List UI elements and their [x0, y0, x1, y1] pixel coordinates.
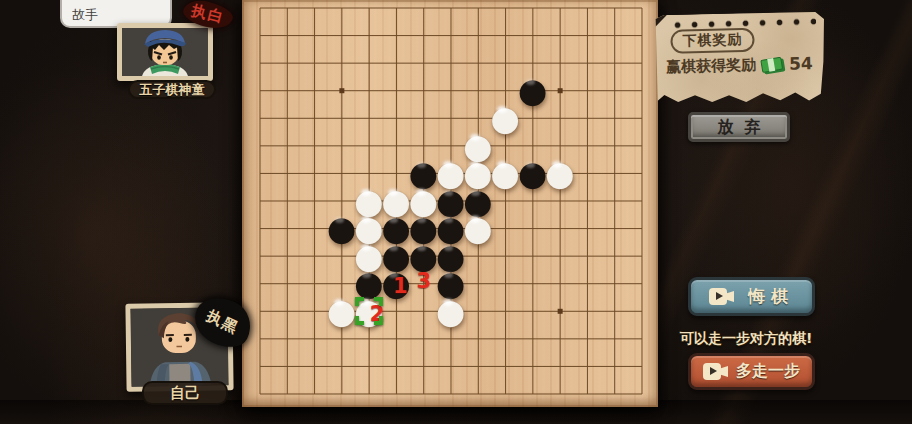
board-cell[interactable]	[301, 132, 328, 160]
board-cell[interactable]	[464, 22, 491, 50]
black-stone: ●	[327, 211, 357, 245]
board-cell[interactable]	[301, 297, 328, 325]
board-cell[interactable]	[273, 22, 300, 50]
board-cell[interactable]	[573, 22, 600, 50]
board-cell[interactable]	[301, 187, 328, 215]
board-cell[interactable]	[301, 159, 328, 187]
board-cell[interactable]	[628, 132, 655, 160]
gomoku-game-screen: ●●●●●●●●●●●●●●●●●●●●●●●●●●●●●● 123 故手 执白	[0, 0, 912, 424]
white-stone: ●	[545, 156, 575, 190]
undo-move-button[interactable]: 悔棋	[688, 277, 815, 316]
board-cell[interactable]	[628, 270, 655, 298]
board-cell[interactable]	[328, 380, 355, 408]
board-cell[interactable]	[601, 297, 628, 325]
board-cell[interactable]	[492, 22, 519, 50]
board-cell[interactable]	[328, 352, 355, 380]
board-cell[interactable]	[573, 132, 600, 160]
board-cell[interactable]	[601, 242, 628, 270]
white-stone: ●	[490, 101, 520, 135]
board-cell[interactable]	[464, 297, 491, 325]
board-cell[interactable]	[273, 242, 300, 270]
board-cell[interactable]	[273, 270, 300, 298]
board-cell[interactable]	[246, 187, 273, 215]
board-cell[interactable]	[410, 352, 437, 380]
board-cell[interactable]	[246, 132, 273, 160]
board-cell[interactable]	[382, 49, 409, 77]
board-cell[interactable]	[437, 22, 464, 50]
board-cell[interactable]	[246, 49, 273, 77]
board-cell[interactable]	[628, 242, 655, 270]
board-cell[interactable]	[410, 297, 437, 325]
board-cell[interactable]: ●	[437, 297, 464, 325]
board-cell[interactable]	[301, 380, 328, 408]
board-cell[interactable]: ●	[492, 104, 519, 132]
board-cell[interactable]: ●	[382, 270, 409, 298]
board-cell[interactable]	[410, 380, 437, 408]
board-cell[interactable]	[601, 325, 628, 353]
board-cell[interactable]	[410, 0, 437, 22]
board-cell[interactable]	[573, 159, 600, 187]
board-cell[interactable]	[246, 352, 273, 380]
board-cell[interactable]	[301, 352, 328, 380]
board-cell[interactable]	[519, 297, 546, 325]
board-cell[interactable]	[601, 270, 628, 298]
board-cell[interactable]	[546, 270, 573, 298]
reward-paper-note: 下棋奖励 赢棋获得奖励 54	[654, 11, 826, 107]
reward-title: 下棋奖励	[670, 28, 755, 54]
board-cell[interactable]	[546, 77, 573, 105]
board-cell[interactable]	[492, 380, 519, 408]
board-cell[interactable]	[246, 380, 273, 408]
board-cell[interactable]	[546, 380, 573, 408]
board-cell[interactable]	[437, 380, 464, 408]
board-cell[interactable]	[437, 0, 464, 22]
board-cell[interactable]	[355, 22, 382, 50]
self-nameplate: 自己	[142, 381, 228, 405]
board-cell[interactable]	[546, 325, 573, 353]
board-cell[interactable]: ●	[410, 242, 437, 270]
board-cell[interactable]	[573, 49, 600, 77]
board-cell[interactable]	[246, 242, 273, 270]
board-cell[interactable]	[437, 49, 464, 77]
board-cell[interactable]	[492, 0, 519, 22]
money-stack-icon	[760, 54, 785, 74]
board-cell[interactable]	[464, 270, 491, 298]
board-cell[interactable]	[492, 325, 519, 353]
video-camera-icon	[709, 288, 734, 305]
black-stone: ●	[381, 266, 411, 300]
undo-label: 悔棋	[742, 285, 794, 308]
video-camera-icon	[703, 363, 728, 380]
board-cell[interactable]	[301, 49, 328, 77]
board-cell[interactable]	[492, 297, 519, 325]
board-cell[interactable]	[328, 0, 355, 22]
board-cell[interactable]	[382, 325, 409, 353]
board-cell[interactable]	[546, 352, 573, 380]
reward-amount: 54	[789, 53, 813, 74]
board-cell[interactable]	[382, 0, 409, 22]
board-cell[interactable]	[601, 352, 628, 380]
board-cell[interactable]	[601, 187, 628, 215]
board-cell[interactable]	[628, 22, 655, 50]
board-cell[interactable]	[246, 159, 273, 187]
board-cell[interactable]	[246, 77, 273, 105]
board-cell[interactable]	[573, 352, 600, 380]
board-cell[interactable]	[246, 297, 273, 325]
black-stone: ●	[518, 73, 548, 107]
board-cell[interactable]	[601, 215, 628, 243]
board-cell[interactable]	[273, 297, 300, 325]
board-cell[interactable]	[601, 132, 628, 160]
board-cell[interactable]	[628, 297, 655, 325]
board-cell[interactable]	[355, 0, 382, 22]
board-cell[interactable]	[628, 49, 655, 77]
board-cell[interactable]	[492, 215, 519, 243]
board-cell[interactable]	[573, 0, 600, 22]
board-cell[interactable]	[601, 159, 628, 187]
opponent-avatar	[122, 28, 208, 76]
board-cell[interactable]	[573, 215, 600, 243]
board-cell[interactable]	[328, 132, 355, 160]
board-cell[interactable]	[492, 49, 519, 77]
board-cell[interactable]	[519, 270, 546, 298]
opponent-avatar-frame	[117, 23, 213, 81]
board-cell[interactable]	[573, 104, 600, 132]
board-cell[interactable]	[464, 352, 491, 380]
board-cell[interactable]	[519, 242, 546, 270]
board-cell[interactable]	[410, 104, 437, 132]
board-cell[interactable]	[382, 132, 409, 160]
white-stone: ●	[463, 211, 493, 245]
board-cell[interactable]	[355, 380, 382, 408]
board-cell[interactable]	[601, 22, 628, 50]
board-cell[interactable]	[464, 380, 491, 408]
resign-button[interactable]: 放弃	[688, 112, 790, 142]
board-cell[interactable]	[464, 325, 491, 353]
board-cell[interactable]	[328, 49, 355, 77]
board-cell[interactable]	[519, 0, 546, 22]
self-name: 自己	[170, 384, 200, 403]
board-cell[interactable]	[301, 22, 328, 50]
board-cell[interactable]	[573, 77, 600, 105]
board-cell[interactable]	[328, 77, 355, 105]
board-cell[interactable]	[246, 22, 273, 50]
board-cell[interactable]	[246, 0, 273, 22]
board-cell[interactable]	[546, 297, 573, 325]
board-stone-grid[interactable]: ●●●●●●●●●●●●●●●●●●●●●●●●●●●●●●	[246, 0, 655, 407]
board-cell[interactable]	[355, 132, 382, 160]
board-cell[interactable]	[355, 49, 382, 77]
board-cell[interactable]	[628, 159, 655, 187]
board-cell[interactable]	[519, 22, 546, 50]
white-stone: ●	[327, 294, 357, 328]
board-cell[interactable]	[273, 132, 300, 160]
white-stone: ●	[354, 294, 384, 328]
board-cell[interactable]: ●	[328, 215, 355, 243]
board-cell[interactable]	[273, 0, 300, 22]
board-cell[interactable]	[464, 0, 491, 22]
board-cell[interactable]	[273, 352, 300, 380]
board-cell[interactable]	[464, 77, 491, 105]
board-cell[interactable]	[246, 270, 273, 298]
board-cell[interactable]	[301, 104, 328, 132]
black-stone: ●	[518, 156, 548, 190]
board-cell[interactable]	[546, 242, 573, 270]
board-cell[interactable]	[546, 215, 573, 243]
board-cell[interactable]	[301, 215, 328, 243]
board-cell[interactable]	[573, 242, 600, 270]
board-cell[interactable]	[437, 104, 464, 132]
board-cell[interactable]	[628, 104, 655, 132]
board-cell[interactable]	[628, 0, 655, 22]
board-cell[interactable]: ●	[492, 159, 519, 187]
board-cell[interactable]	[273, 77, 300, 105]
board-cell[interactable]	[355, 104, 382, 132]
board-cell[interactable]	[519, 352, 546, 380]
board-cell[interactable]	[573, 297, 600, 325]
board-cell[interactable]	[273, 49, 300, 77]
board-cell[interactable]	[573, 325, 600, 353]
board-cell[interactable]: ●	[519, 159, 546, 187]
board-cell[interactable]: ●	[328, 297, 355, 325]
black-stone: ●	[409, 239, 439, 273]
board-cell[interactable]	[546, 0, 573, 22]
board-cell[interactable]	[301, 242, 328, 270]
board-cell[interactable]	[492, 242, 519, 270]
board-cell[interactable]	[573, 187, 600, 215]
board-cell[interactable]	[382, 352, 409, 380]
board-cell[interactable]	[601, 49, 628, 77]
board-cell[interactable]: ●	[519, 77, 546, 105]
gomoku-board[interactable]: ●●●●●●●●●●●●●●●●●●●●●●●●●●●●●● 123	[242, 0, 658, 407]
board-cell[interactable]	[273, 215, 300, 243]
white-stone: ●	[436, 294, 466, 328]
board-cell[interactable]	[410, 49, 437, 77]
board-cell[interactable]	[246, 215, 273, 243]
board-cell[interactable]	[628, 215, 655, 243]
board-cell[interactable]	[464, 49, 491, 77]
board-cell[interactable]	[437, 77, 464, 105]
plays-black-label: 执黑	[204, 306, 243, 338]
board-cell[interactable]	[601, 0, 628, 22]
speech-text: 故手	[72, 7, 98, 22]
board-cell[interactable]	[546, 49, 573, 77]
board-cell[interactable]	[273, 325, 300, 353]
board-cell[interactable]	[573, 270, 600, 298]
board-cell[interactable]	[382, 104, 409, 132]
board-cell[interactable]	[492, 270, 519, 298]
board-cell[interactable]	[628, 380, 655, 408]
board-cell[interactable]: ●	[546, 159, 573, 187]
board-cell[interactable]	[601, 104, 628, 132]
board-cell[interactable]	[301, 325, 328, 353]
board-cell[interactable]	[628, 352, 655, 380]
board-cell[interactable]	[628, 325, 655, 353]
board-cell[interactable]	[410, 325, 437, 353]
board-cell[interactable]	[601, 77, 628, 105]
board-cell[interactable]	[328, 104, 355, 132]
board-cell[interactable]	[437, 352, 464, 380]
board-cell[interactable]: ●	[464, 215, 491, 243]
board-cell[interactable]	[519, 325, 546, 353]
board-cell[interactable]	[382, 77, 409, 105]
white-stone: ●	[490, 156, 520, 190]
board-cell[interactable]	[273, 380, 300, 408]
board-cell[interactable]	[301, 270, 328, 298]
board-cell[interactable]	[273, 159, 300, 187]
board-cell[interactable]	[410, 77, 437, 105]
board-cell[interactable]	[492, 352, 519, 380]
board-cell[interactable]	[410, 22, 437, 50]
resign-label: 放弃	[707, 117, 772, 138]
board-cell[interactable]	[628, 77, 655, 105]
board-cell[interactable]	[382, 22, 409, 50]
opponent-name: 五子棋神童	[140, 81, 205, 99]
board-cell[interactable]	[355, 77, 382, 105]
board-cell[interactable]	[328, 22, 355, 50]
board-cell[interactable]	[628, 187, 655, 215]
extra-move-label: 多走一步	[736, 361, 800, 382]
extra-move-button[interactable]: 多走一步	[688, 353, 815, 390]
board-cell[interactable]	[382, 380, 409, 408]
board-cell[interactable]	[301, 0, 328, 22]
board-cell[interactable]	[546, 22, 573, 50]
board-cell[interactable]	[546, 104, 573, 132]
board-cell[interactable]	[519, 380, 546, 408]
extra-move-hint: 可以走一步对方的棋!	[680, 330, 826, 348]
board-cell[interactable]	[355, 352, 382, 380]
opponent-nameplate: 五子棋神童	[128, 80, 216, 99]
board-cell[interactable]: ●	[355, 297, 382, 325]
board-cell[interactable]	[601, 380, 628, 408]
board-cell[interactable]	[328, 159, 355, 187]
board-cell[interactable]	[519, 215, 546, 243]
board-cell[interactable]	[246, 104, 273, 132]
board-cell[interactable]	[573, 380, 600, 408]
reward-line-text: 赢棋获得奖励	[666, 55, 756, 76]
board-cell[interactable]	[301, 77, 328, 105]
board-cell[interactable]	[273, 104, 300, 132]
board-cell[interactable]	[273, 187, 300, 215]
